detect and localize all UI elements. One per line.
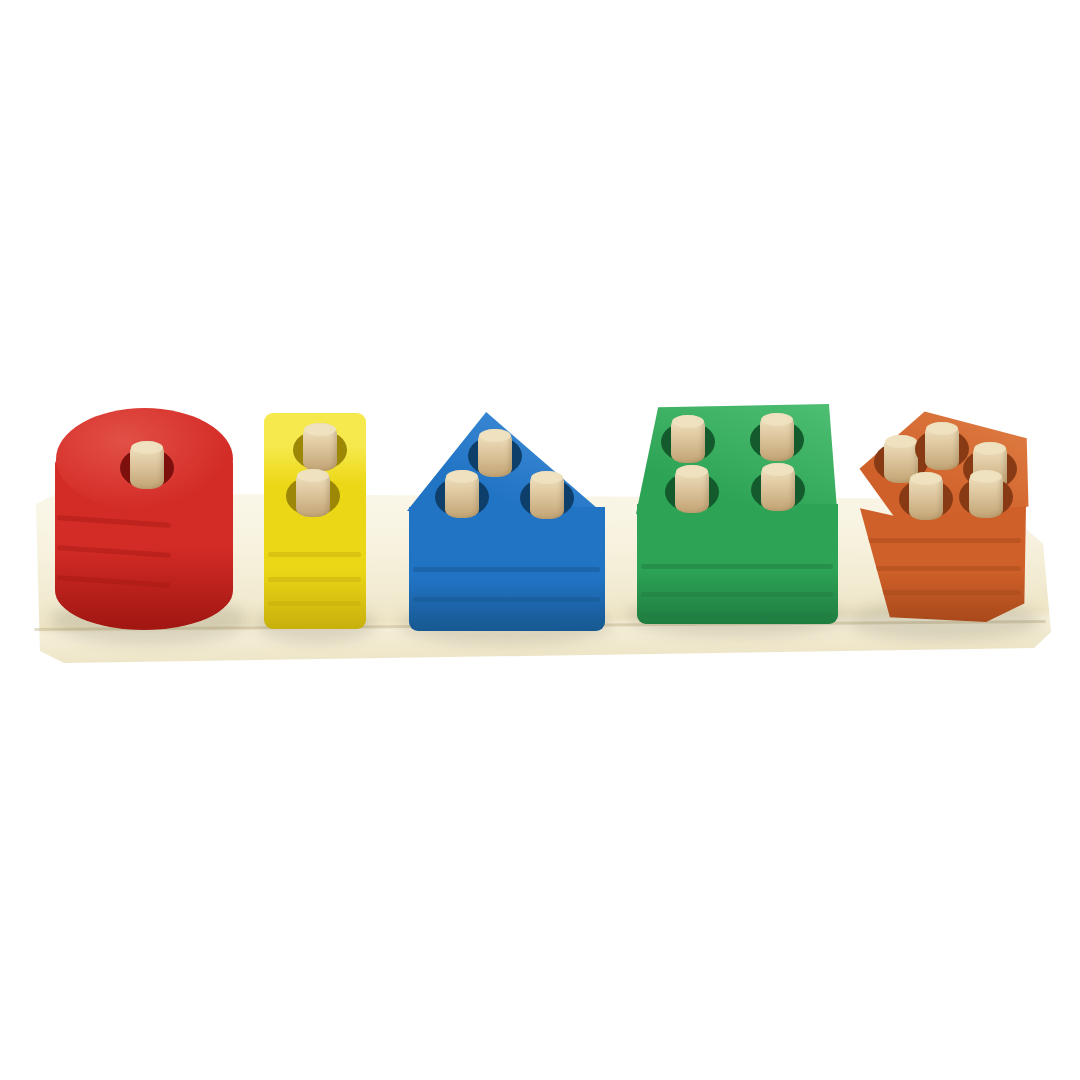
stack-orange-pentagon [0,0,1080,1080]
toy-product-photo [0,0,1080,1080]
wooden-peg [909,472,943,520]
wooden-peg [969,470,1003,518]
peg-top-face [974,442,1006,455]
peg-top-face [970,470,1002,483]
peg-top-face [910,472,942,485]
peg-layer [0,0,1080,1080]
wooden-peg [925,422,959,470]
peg-top-face [885,435,917,448]
peg-top-face [926,422,958,435]
